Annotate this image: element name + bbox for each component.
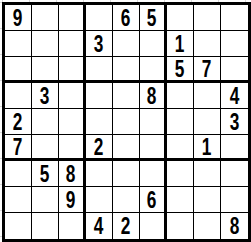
cell-r4c4[interactable] xyxy=(86,83,113,109)
cell-r4c1[interactable] xyxy=(5,83,32,109)
cell-r6c7[interactable] xyxy=(167,135,194,161)
given-digit: 5 xyxy=(147,6,157,30)
cell-r5c6[interactable] xyxy=(140,109,167,135)
cell-r7c7[interactable] xyxy=(167,161,194,187)
cell-r9c1[interactable] xyxy=(5,213,32,239)
cell-r8c6[interactable]: 6 xyxy=(140,187,167,213)
cell-r2c9[interactable] xyxy=(221,31,248,57)
cell-r8c5[interactable] xyxy=(113,187,140,213)
cell-r1c7[interactable] xyxy=(167,5,194,31)
given-digit: 5 xyxy=(40,162,50,186)
given-digit: 1 xyxy=(202,135,212,159)
given-digit: 5 xyxy=(175,57,185,81)
cell-r9c9[interactable]: 8 xyxy=(221,213,248,239)
given-digit: 4 xyxy=(94,214,104,238)
cell-r7c1[interactable] xyxy=(5,161,32,187)
cell-r4c9[interactable]: 4 xyxy=(221,83,248,109)
cell-r6c8[interactable]: 1 xyxy=(194,135,221,161)
cell-r7c6[interactable] xyxy=(140,161,167,187)
cell-r5c8[interactable] xyxy=(194,109,221,135)
cell-r5c9[interactable]: 3 xyxy=(221,109,248,135)
cell-r9c3[interactable] xyxy=(59,213,86,239)
cell-r1c6[interactable]: 5 xyxy=(140,5,167,31)
cell-r8c7[interactable] xyxy=(167,187,194,213)
cell-r4c2[interactable]: 3 xyxy=(32,83,59,109)
cell-r7c4[interactable] xyxy=(86,161,113,187)
cell-r2c2[interactable] xyxy=(32,31,59,57)
cell-r5c2[interactable] xyxy=(32,109,59,135)
cell-r3c2[interactable] xyxy=(32,57,59,83)
given-digit: 9 xyxy=(66,188,76,212)
cell-r3c7[interactable]: 5 xyxy=(167,57,194,83)
cell-r2c7[interactable]: 1 xyxy=(167,31,194,57)
cell-r9c8[interactable] xyxy=(194,213,221,239)
cell-r1c3[interactable] xyxy=(59,5,86,31)
cell-r3c9[interactable] xyxy=(221,57,248,83)
cell-r5c4[interactable] xyxy=(86,109,113,135)
cell-r3c5[interactable] xyxy=(113,57,140,83)
given-digit: 2 xyxy=(13,110,23,134)
cell-r5c1[interactable]: 2 xyxy=(5,109,32,135)
cell-r9c4[interactable]: 4 xyxy=(86,213,113,239)
cell-r2c1[interactable] xyxy=(5,31,32,57)
cell-r6c4[interactable]: 2 xyxy=(86,135,113,161)
cell-r5c5[interactable] xyxy=(113,109,140,135)
given-digit: 7 xyxy=(202,57,212,81)
cell-r6c6[interactable] xyxy=(140,135,167,161)
cell-r9c2[interactable] xyxy=(32,213,59,239)
cell-r7c5[interactable] xyxy=(113,161,140,187)
cell-r6c1[interactable]: 7 xyxy=(5,135,32,161)
cell-r1c9[interactable] xyxy=(221,5,248,31)
cell-r1c1[interactable]: 9 xyxy=(5,5,32,31)
cell-r7c3[interactable]: 8 xyxy=(59,161,86,187)
cell-r2c5[interactable] xyxy=(113,31,140,57)
given-digit: 3 xyxy=(40,84,50,108)
given-digit: 2 xyxy=(94,135,104,159)
cell-r1c5[interactable]: 6 xyxy=(113,5,140,31)
given-digit: 8 xyxy=(230,214,240,238)
cell-r1c4[interactable] xyxy=(86,5,113,31)
cell-r3c1[interactable] xyxy=(5,57,32,83)
cell-r5c3[interactable] xyxy=(59,109,86,135)
cell-r8c3[interactable]: 9 xyxy=(59,187,86,213)
given-digit: 6 xyxy=(121,6,131,30)
cell-r8c1[interactable] xyxy=(5,187,32,213)
given-digit: 7 xyxy=(13,135,23,159)
cell-r8c2[interactable] xyxy=(32,187,59,213)
cell-r8c9[interactable] xyxy=(221,187,248,213)
cell-r4c7[interactable] xyxy=(167,83,194,109)
cell-r4c8[interactable] xyxy=(194,83,221,109)
cell-r4c6[interactable]: 8 xyxy=(140,83,167,109)
cell-r4c5[interactable] xyxy=(113,83,140,109)
cell-r3c6[interactable] xyxy=(140,57,167,83)
given-digit: 4 xyxy=(230,84,240,108)
cell-r5c7[interactable] xyxy=(167,109,194,135)
cell-r2c4[interactable]: 3 xyxy=(86,31,113,57)
cell-r6c2[interactable] xyxy=(32,135,59,161)
cell-r3c3[interactable] xyxy=(59,57,86,83)
cell-r8c4[interactable] xyxy=(86,187,113,213)
given-digit: 8 xyxy=(147,84,157,108)
given-digit: 1 xyxy=(175,32,185,56)
cell-r2c8[interactable] xyxy=(194,31,221,57)
cell-r9c5[interactable]: 2 xyxy=(113,213,140,239)
sudoku-board: 9653157384237215896428 xyxy=(2,2,251,242)
cell-r6c9[interactable] xyxy=(221,135,248,161)
cell-r4c3[interactable] xyxy=(59,83,86,109)
given-digit: 3 xyxy=(230,110,240,134)
cell-r1c2[interactable] xyxy=(32,5,59,31)
cell-r7c2[interactable]: 5 xyxy=(32,161,59,187)
cell-r3c8[interactable]: 7 xyxy=(194,57,221,83)
cell-r6c3[interactable] xyxy=(59,135,86,161)
cell-r9c6[interactable] xyxy=(140,213,167,239)
cell-r7c9[interactable] xyxy=(221,161,248,187)
cell-r9c7[interactable] xyxy=(167,213,194,239)
cell-r7c8[interactable] xyxy=(194,161,221,187)
given-digit: 3 xyxy=(94,32,104,56)
given-digit: 2 xyxy=(121,214,131,238)
cell-r1c8[interactable] xyxy=(194,5,221,31)
cell-r6c5[interactable] xyxy=(113,135,140,161)
cell-r2c6[interactable] xyxy=(140,31,167,57)
given-digit: 8 xyxy=(66,162,76,186)
given-digit: 9 xyxy=(13,6,23,30)
cell-r3c4[interactable] xyxy=(86,57,113,83)
given-digit: 6 xyxy=(147,188,157,212)
cell-r2c3[interactable] xyxy=(59,31,86,57)
spreadsheet-background: 9653157384237215896428 xyxy=(0,0,251,242)
cell-r8c8[interactable] xyxy=(194,187,221,213)
